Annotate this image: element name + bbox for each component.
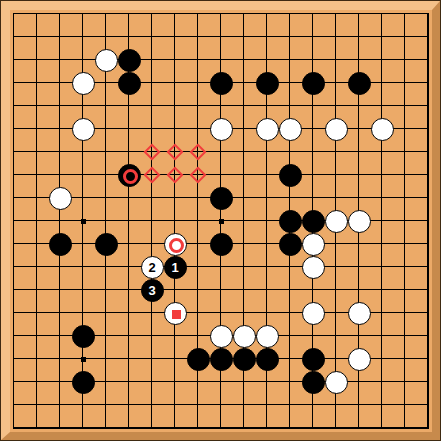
diamond-marker[interactable] [167, 167, 184, 184]
stone-white-c12-r5[interactable] [279, 118, 302, 141]
stone-black-c9-r8[interactable] [210, 187, 233, 210]
star-point [219, 219, 224, 224]
stone-black-c5-r2[interactable] [118, 49, 141, 72]
diamond-marker[interactable] [144, 167, 161, 184]
stone-black-c5-r7[interactable] [118, 164, 141, 187]
star-point [81, 219, 86, 224]
stone-white-c14-r16[interactable] [325, 371, 348, 394]
stone-black-c9-r10[interactable] [210, 233, 233, 256]
stone-black-c13-r3[interactable] [302, 72, 325, 95]
stone-black-c2-r10[interactable] [49, 233, 72, 256]
stone-white-c15-r13[interactable] [348, 302, 371, 325]
stone-black-c7-r11[interactable]: 1 [164, 256, 187, 279]
diamond-marker[interactable] [190, 167, 207, 184]
stone-black-c9-r3[interactable] [210, 72, 233, 95]
stone-black-c12-r10[interactable] [279, 233, 302, 256]
stone-white-c13-r11[interactable] [302, 256, 325, 279]
stone-white-c2-r8[interactable] [49, 187, 72, 210]
stone-white-c14-r5[interactable] [325, 118, 348, 141]
stone-black-c6-r12[interactable]: 3 [141, 279, 164, 302]
diamond-marker[interactable] [167, 144, 184, 161]
stone-white-c9-r5[interactable] [210, 118, 233, 141]
stone-black-c13-r16[interactable] [302, 371, 325, 394]
stone-black-c13-r9[interactable] [302, 210, 325, 233]
diamond-marker[interactable] [144, 144, 161, 161]
stone-white-c4-r2[interactable] [95, 49, 118, 72]
stone-white-c7-r10[interactable] [164, 233, 187, 256]
stone-white-c15-r9[interactable] [348, 210, 371, 233]
stone-white-c11-r14[interactable] [256, 325, 279, 348]
stone-black-c12-r9[interactable] [279, 210, 302, 233]
star-point [81, 357, 86, 362]
stone-white-c10-r14[interactable] [233, 325, 256, 348]
stone-white-c7-r13[interactable] [164, 302, 187, 325]
stone-black-c15-r3[interactable] [348, 72, 371, 95]
stone-white-c9-r14[interactable] [210, 325, 233, 348]
go-board[interactable]: 213 [0, 0, 441, 441]
stone-black-c11-r3[interactable] [256, 72, 279, 95]
square-marker [172, 310, 181, 319]
stone-black-c4-r10[interactable] [95, 233, 118, 256]
stone-white-c14-r9[interactable] [325, 210, 348, 233]
stone-white-c13-r10[interactable] [302, 233, 325, 256]
diamond-marker[interactable] [190, 144, 207, 161]
circle-marker [169, 238, 184, 253]
stone-black-c12-r7[interactable] [279, 164, 302, 187]
stone-black-c8-r15[interactable] [187, 348, 210, 371]
stone-white-c3-r5[interactable] [72, 118, 95, 141]
stone-black-c5-r3[interactable] [118, 72, 141, 95]
board-bevel-frame [1, 1, 440, 440]
stone-white-c13-r13[interactable] [302, 302, 325, 325]
circle-marker [123, 169, 138, 184]
stone-white-c11-r5[interactable] [256, 118, 279, 141]
stone-white-c15-r15[interactable] [348, 348, 371, 371]
stone-black-c3-r16[interactable] [72, 371, 95, 394]
stone-white-c6-r11[interactable]: 2 [141, 256, 164, 279]
stone-black-c10-r15[interactable] [233, 348, 256, 371]
stone-white-c3-r3[interactable] [72, 72, 95, 95]
stone-white-c16-r5[interactable] [371, 118, 394, 141]
stone-black-c9-r15[interactable] [210, 348, 233, 371]
stone-black-c3-r14[interactable] [72, 325, 95, 348]
stone-black-c11-r15[interactable] [256, 348, 279, 371]
stone-black-c13-r15[interactable] [302, 348, 325, 371]
